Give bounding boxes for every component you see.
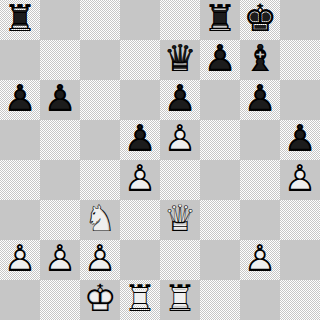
square-d5[interactable]: ♟♙ <box>120 120 160 160</box>
square-c2[interactable]: ♟♙ <box>80 240 120 280</box>
black-rook-icon: ♜♖ <box>0 0 40 40</box>
square-d6[interactable] <box>120 80 160 120</box>
square-g7[interactable]: ♝♗ <box>240 40 280 80</box>
square-e6[interactable]: ♟♙ <box>160 80 200 120</box>
square-g4[interactable] <box>240 160 280 200</box>
square-c7[interactable] <box>80 40 120 80</box>
square-b5[interactable] <box>40 120 80 160</box>
white-queen-icon: ♛♕ <box>160 200 200 240</box>
square-d7[interactable] <box>120 40 160 80</box>
square-d1[interactable]: ♜♖ <box>120 280 160 320</box>
white-king-icon: ♚♔ <box>80 280 120 320</box>
square-a6[interactable]: ♟♙ <box>0 80 40 120</box>
square-f2[interactable] <box>200 240 240 280</box>
square-f8[interactable]: ♜♖ <box>200 0 240 40</box>
square-a2[interactable]: ♟♙ <box>0 240 40 280</box>
square-h8[interactable] <box>280 0 320 40</box>
square-f7[interactable]: ♟♙ <box>200 40 240 80</box>
square-g2[interactable]: ♟♙ <box>240 240 280 280</box>
black-pawn-icon: ♟♙ <box>0 80 40 120</box>
square-a3[interactable] <box>0 200 40 240</box>
black-king-icon: ♚♔ <box>240 0 280 40</box>
black-bishop-icon: ♝♗ <box>240 40 280 80</box>
black-pawn-icon: ♟♙ <box>240 80 280 120</box>
square-a4[interactable] <box>0 160 40 200</box>
square-g8[interactable]: ♚♔ <box>240 0 280 40</box>
black-pawn-icon: ♟♙ <box>280 120 320 160</box>
white-pawn-icon: ♟♙ <box>40 240 80 280</box>
square-c8[interactable] <box>80 0 120 40</box>
square-b2[interactable]: ♟♙ <box>40 240 80 280</box>
white-pawn-icon: ♟♙ <box>120 160 160 200</box>
square-f3[interactable] <box>200 200 240 240</box>
black-pawn-icon: ♟♙ <box>120 120 160 160</box>
square-e3[interactable]: ♛♕ <box>160 200 200 240</box>
square-b7[interactable] <box>40 40 80 80</box>
white-pawn-icon: ♟♙ <box>280 160 320 200</box>
square-d3[interactable] <box>120 200 160 240</box>
square-g5[interactable] <box>240 120 280 160</box>
square-e8[interactable] <box>160 0 200 40</box>
square-c1[interactable]: ♚♔ <box>80 280 120 320</box>
square-e1[interactable]: ♜♖ <box>160 280 200 320</box>
square-b1[interactable] <box>40 280 80 320</box>
square-e7[interactable]: ♛♕ <box>160 40 200 80</box>
square-h5[interactable]: ♟♙ <box>280 120 320 160</box>
square-a1[interactable] <box>0 280 40 320</box>
square-b3[interactable] <box>40 200 80 240</box>
black-queen-icon: ♛♕ <box>160 40 200 80</box>
square-e5[interactable]: ♟♙ <box>160 120 200 160</box>
square-f4[interactable] <box>200 160 240 200</box>
white-pawn-icon: ♟♙ <box>0 240 40 280</box>
white-knight-icon: ♞♘ <box>80 200 120 240</box>
square-c3[interactable]: ♞♘ <box>80 200 120 240</box>
square-f1[interactable] <box>200 280 240 320</box>
white-pawn-icon: ♟♙ <box>240 240 280 280</box>
square-e2[interactable] <box>160 240 200 280</box>
square-h1[interactable] <box>280 280 320 320</box>
white-rook-icon: ♜♖ <box>160 280 200 320</box>
square-a5[interactable] <box>0 120 40 160</box>
square-h6[interactable] <box>280 80 320 120</box>
square-g1[interactable] <box>240 280 280 320</box>
square-c4[interactable] <box>80 160 120 200</box>
square-h7[interactable] <box>280 40 320 80</box>
black-pawn-icon: ♟♙ <box>200 40 240 80</box>
square-b8[interactable] <box>40 0 80 40</box>
square-g6[interactable]: ♟♙ <box>240 80 280 120</box>
square-f5[interactable] <box>200 120 240 160</box>
white-pawn-icon: ♟♙ <box>160 120 200 160</box>
square-h3[interactable] <box>280 200 320 240</box>
square-e4[interactable] <box>160 160 200 200</box>
black-pawn-icon: ♟♙ <box>160 80 200 120</box>
square-g3[interactable] <box>240 200 280 240</box>
square-b6[interactable]: ♟♙ <box>40 80 80 120</box>
square-c5[interactable] <box>80 120 120 160</box>
square-a7[interactable] <box>0 40 40 80</box>
square-f6[interactable] <box>200 80 240 120</box>
square-d2[interactable] <box>120 240 160 280</box>
square-h2[interactable] <box>280 240 320 280</box>
white-rook-icon: ♜♖ <box>120 280 160 320</box>
black-rook-icon: ♜♖ <box>200 0 240 40</box>
square-a8[interactable]: ♜♖ <box>0 0 40 40</box>
white-pawn-icon: ♟♙ <box>80 240 120 280</box>
square-h4[interactable]: ♟♙ <box>280 160 320 200</box>
square-b4[interactable] <box>40 160 80 200</box>
square-c6[interactable] <box>80 80 120 120</box>
square-d8[interactable] <box>120 0 160 40</box>
chess-board: ♜♖♜♖♚♔♛♕♟♙♝♗♟♙♟♙♟♙♟♙♟♙♟♙♟♙♟♙♟♙♞♘♛♕♟♙♟♙♟♙… <box>0 0 320 320</box>
black-pawn-icon: ♟♙ <box>40 80 80 120</box>
square-d4[interactable]: ♟♙ <box>120 160 160 200</box>
